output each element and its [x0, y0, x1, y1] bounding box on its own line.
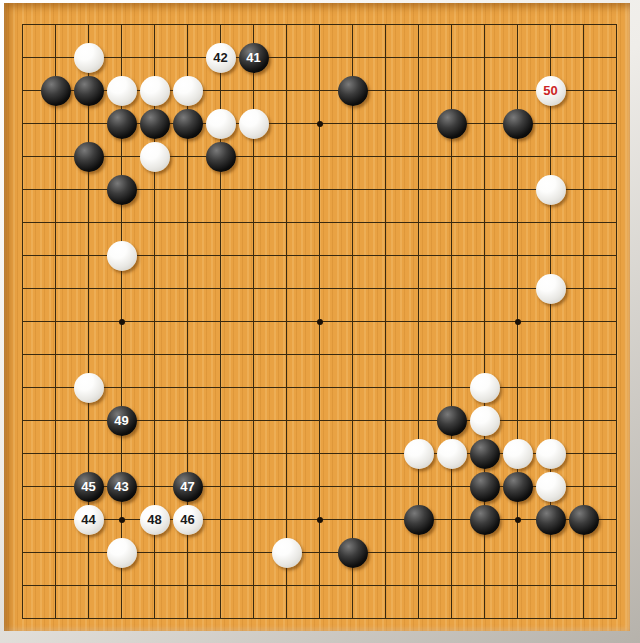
- black-stone-move-43: 43: [107, 472, 137, 502]
- white-stone: [140, 142, 170, 172]
- star-point: [317, 517, 323, 523]
- black-stone-move-49: 49: [107, 406, 137, 436]
- black-stone: [536, 505, 566, 535]
- black-stone: [503, 472, 533, 502]
- black-stone: [140, 109, 170, 139]
- star-point: [317, 319, 323, 325]
- white-stone: [404, 439, 434, 469]
- black-stone-move-47: 47: [173, 472, 203, 502]
- star-point: [317, 121, 323, 127]
- black-stone: [41, 76, 71, 106]
- white-stone: [107, 76, 137, 106]
- black-stone: [569, 505, 599, 535]
- black-stone: [470, 439, 500, 469]
- black-stone: [404, 505, 434, 535]
- black-stone: [107, 109, 137, 139]
- white-stone: [74, 373, 104, 403]
- white-stone: [470, 406, 500, 436]
- black-stone: [173, 109, 203, 139]
- black-stone: [503, 109, 533, 139]
- board-frame: 42415049454347444846: [0, 0, 640, 643]
- black-stone: [437, 406, 467, 436]
- black-stone-move-45: 45: [74, 472, 104, 502]
- star-point: [515, 517, 521, 523]
- black-stone: [437, 109, 467, 139]
- white-stone: [206, 109, 236, 139]
- white-stone: [173, 76, 203, 106]
- white-stone: [239, 109, 269, 139]
- white-stone: [107, 241, 137, 271]
- white-stone-move-48: 48: [140, 505, 170, 535]
- white-stone: [74, 43, 104, 73]
- white-stone: [437, 439, 467, 469]
- black-stone: [338, 538, 368, 568]
- black-stone: [206, 142, 236, 172]
- white-stone: [503, 439, 533, 469]
- black-stone-move-41: 41: [239, 43, 269, 73]
- star-point: [119, 319, 125, 325]
- black-stone: [470, 472, 500, 502]
- white-stone-move-50: 50: [536, 76, 566, 106]
- star-point: [515, 319, 521, 325]
- black-stone: [470, 505, 500, 535]
- white-stone: [536, 175, 566, 205]
- white-stone: [140, 76, 170, 106]
- white-stone: [536, 274, 566, 304]
- white-stone-move-42: 42: [206, 43, 236, 73]
- white-stone: [536, 472, 566, 502]
- white-stone: [536, 439, 566, 469]
- star-point: [119, 517, 125, 523]
- black-stone: [74, 76, 104, 106]
- white-stone-move-44: 44: [74, 505, 104, 535]
- black-stone: [74, 142, 104, 172]
- black-stone: [338, 76, 368, 106]
- black-stone: [107, 175, 137, 205]
- white-stone: [107, 538, 137, 568]
- white-stone: [470, 373, 500, 403]
- white-stone: [272, 538, 302, 568]
- white-stone-move-46: 46: [173, 505, 203, 535]
